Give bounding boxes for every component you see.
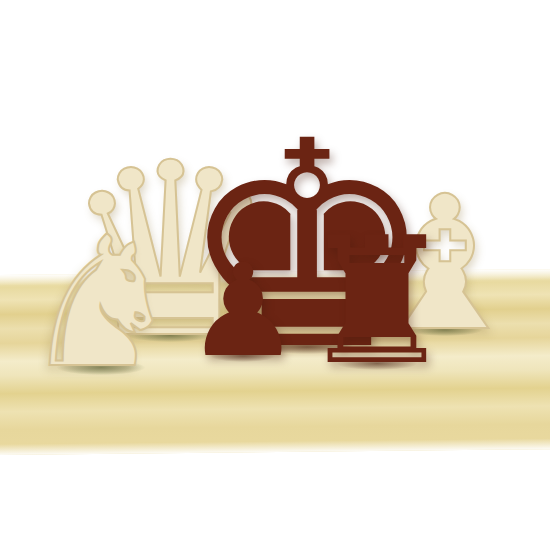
dark-pawn-piece: ♟ [186,247,301,375]
dark-rook-piece: ♜ [299,214,456,389]
chess-pieces-photo: ♞ ♛ ♟ ♚ ♜ ♝ [0,0,550,550]
knight-glyph: ♞ [20,213,181,393]
white-knight-piece: ♞ [20,213,181,393]
rook-glyph: ♜ [299,214,456,389]
pawn-glyph: ♟ [186,247,301,375]
